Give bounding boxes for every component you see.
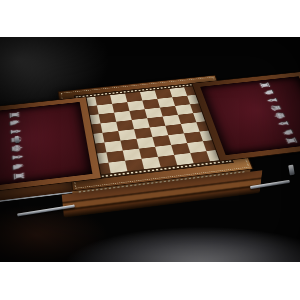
board-square-b4 bbox=[102, 131, 120, 142]
board-square-c3 bbox=[120, 139, 138, 151]
board-square-f1 bbox=[174, 153, 194, 165]
letterbox-top bbox=[0, 0, 300, 37]
board-square-g3 bbox=[184, 132, 203, 143]
right-drawer-pieces: ♜♞♝♛♚♝♞♜ bbox=[251, 81, 300, 147]
board-square-e2 bbox=[155, 145, 174, 157]
drawer-piece-bishop: ♝ bbox=[9, 148, 24, 167]
board-square-c2 bbox=[123, 149, 142, 161]
photo-background: ♜♞♝♛♚♝♞♜ ♜♞♝♛♚♝♞♜ bbox=[0, 37, 300, 262]
photo-canvas: ♜♞♝♛♚♝♞♜ ♜♞♝♛♚♝♞♜ bbox=[0, 0, 300, 300]
board-square-c1 bbox=[125, 159, 144, 171]
board-square-f3 bbox=[168, 133, 187, 145]
drawer-piece-knight: ♞ bbox=[277, 123, 297, 141]
board-square-d1 bbox=[142, 157, 161, 169]
chess-box: ♜♞♝♛♚♝♞♜ ♜♞♝♛♚♝♞♜ bbox=[0, 65, 300, 215]
board-square-b2 bbox=[106, 151, 125, 163]
board-square-d2 bbox=[139, 147, 158, 159]
board-square-d3 bbox=[136, 137, 155, 149]
board-square-e3 bbox=[152, 135, 171, 147]
drawer-piece-rook: ♜ bbox=[11, 166, 26, 186]
drawer-piece-knight: ♞ bbox=[10, 157, 25, 177]
board-square-f2 bbox=[171, 143, 190, 155]
letterbox-bottom bbox=[0, 262, 300, 300]
board-square-e1 bbox=[158, 155, 177, 167]
board-square-g2 bbox=[187, 141, 206, 153]
board-square-g1 bbox=[190, 151, 210, 163]
drawer-piece-rook: ♜ bbox=[281, 132, 300, 150]
board-square-b3 bbox=[104, 141, 122, 153]
left-drawer-pieces: ♜♞♝♛♚♝♞♜ bbox=[1, 109, 33, 182]
board-square-b1 bbox=[109, 161, 128, 173]
